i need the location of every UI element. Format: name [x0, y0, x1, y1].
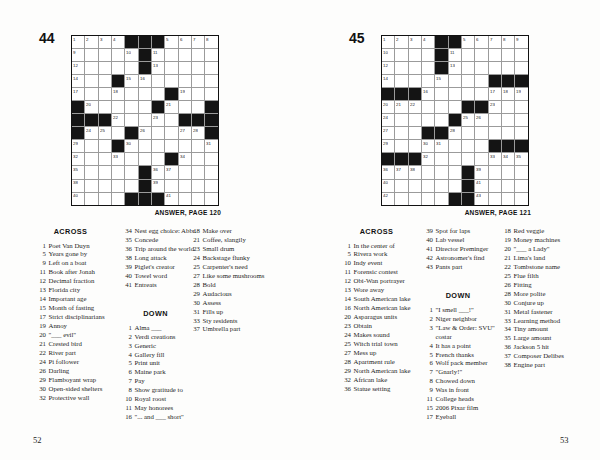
clue-number: 5 [121, 359, 135, 368]
grid-cell[interactable]: 7 [489, 36, 501, 48]
black-cell [125, 127, 137, 139]
grid-cell[interactable]: 15 [125, 75, 137, 87]
clue-text: In the center of [354, 242, 422, 251]
grid-cell[interactable] [435, 180, 447, 192]
grid-cell[interactable]: 29 [72, 140, 84, 152]
grid-cell[interactable]: 16 [139, 75, 151, 87]
grid-cell[interactable]: 36 [382, 166, 394, 178]
black-cell [112, 75, 124, 87]
grid-cell[interactable]: 4 [422, 36, 434, 48]
grid-cell[interactable] [165, 75, 177, 87]
grid-cell[interactable]: 33 [489, 153, 501, 165]
grid-cell[interactable] [449, 101, 461, 113]
grid-cell[interactable] [125, 180, 137, 192]
grid-cell[interactable]: 32 [72, 153, 84, 165]
grid-cell[interactable] [515, 62, 527, 74]
grid-cell[interactable] [449, 153, 461, 165]
grid-cell[interactable] [435, 153, 447, 165]
grid-cell[interactable]: 4 [112, 36, 124, 48]
grid-cell[interactable]: 5 [462, 36, 474, 48]
grid-cell[interactable]: 22 [112, 114, 124, 126]
grid-cell[interactable] [192, 166, 204, 178]
grid-cell[interactable] [192, 101, 204, 113]
grid-cell[interactable] [395, 114, 407, 126]
grid-cell[interactable]: 27 [382, 127, 394, 139]
grid-cell[interactable] [112, 166, 124, 178]
grid-cell[interactable] [139, 114, 151, 126]
grid-cell[interactable] [192, 140, 204, 152]
grid-cell[interactable] [462, 127, 474, 139]
grid-cell[interactable] [165, 140, 177, 152]
cell-number: 26 [476, 115, 481, 119]
grid-cell[interactable] [99, 140, 111, 152]
grid-cell[interactable]: 9 [515, 36, 527, 48]
grid-cell[interactable] [99, 101, 111, 113]
grid-cell[interactable]: 37 [395, 166, 407, 178]
grid-cell[interactable] [165, 49, 177, 61]
grid-cell[interactable] [435, 166, 447, 178]
grid-cell[interactable] [502, 193, 514, 205]
grid-cell[interactable]: 19 [515, 88, 527, 100]
grid-cell[interactable] [489, 127, 501, 139]
cell-number: 10 [383, 50, 388, 54]
grid-cell[interactable]: 17 [489, 88, 501, 100]
grid-cell[interactable] [395, 75, 407, 87]
grid-cell[interactable]: 7 [192, 36, 204, 48]
cell-number: 6 [180, 37, 182, 41]
clue-number: 15 [35, 304, 49, 313]
grid-cell[interactable] [515, 180, 527, 192]
grid-cell[interactable]: 2 [85, 36, 97, 48]
grid-cell[interactable]: 43 [475, 193, 487, 205]
grid-cell[interactable] [422, 75, 434, 87]
cell-number: 8 [503, 37, 505, 41]
grid-cell[interactable]: 20 [85, 101, 97, 113]
clue-text: "I smell ___!" [436, 306, 503, 315]
grid-cell[interactable]: 13 [152, 62, 164, 74]
grid-cell[interactable] [139, 153, 151, 165]
grid-cell[interactable] [395, 180, 407, 192]
grid-cell[interactable] [462, 88, 474, 100]
grid-cell[interactable] [502, 166, 514, 178]
grid-cell[interactable] [179, 101, 191, 113]
grid-cell[interactable]: 2 [395, 36, 407, 48]
clue: 36Statue setting [340, 385, 421, 394]
clue-text: Large amount [514, 334, 594, 343]
grid-cell[interactable]: 21 [395, 101, 407, 113]
grid-cell[interactable] [422, 166, 434, 178]
grid-cell[interactable] [515, 127, 527, 139]
grid-cell[interactable] [422, 49, 434, 61]
clue-number: 16 [121, 413, 135, 422]
grid-cell[interactable] [462, 62, 474, 74]
grid-cell[interactable] [475, 88, 487, 100]
clue: 11Forensic contest [340, 268, 421, 277]
grid-cell[interactable] [125, 153, 137, 165]
clue-text: Make over [203, 227, 286, 236]
grid-cell[interactable] [139, 101, 151, 113]
grid-cell[interactable] [462, 49, 474, 61]
grid-cell[interactable] [152, 88, 164, 100]
black-cell [435, 127, 447, 139]
grid-cell[interactable] [449, 88, 461, 100]
grid-cell[interactable]: 40 [382, 180, 394, 192]
black-cell [205, 101, 217, 113]
grid-cell[interactable] [192, 88, 204, 100]
clue: 38Engine part [500, 361, 593, 370]
grid-cell[interactable] [435, 114, 447, 126]
grid-cell[interactable]: 36 [152, 166, 164, 178]
cell-number: 34 [180, 154, 185, 158]
grid-cell[interactable]: 22 [409, 101, 421, 113]
clue-number: 35 [121, 236, 135, 245]
grid-cell[interactable] [85, 75, 97, 87]
grid-cell[interactable]: 18 [502, 88, 514, 100]
grid-cell[interactable]: 30 [422, 140, 434, 152]
cell-number: 4 [113, 37, 115, 41]
grid-cell[interactable] [489, 166, 501, 178]
cell-number: 31 [206, 141, 211, 145]
grid-cell[interactable]: 9 [72, 49, 84, 61]
grid-cell[interactable]: 20 [382, 101, 394, 113]
grid-cell[interactable]: 6 [475, 36, 487, 48]
grid-cell[interactable] [179, 49, 191, 61]
grid-cell[interactable]: 11 [152, 49, 164, 61]
grid-cell[interactable] [112, 49, 124, 61]
grid-cell[interactable] [165, 127, 177, 139]
grid-cell[interactable] [85, 166, 97, 178]
clue: 8Show gratitude to [121, 386, 198, 395]
grid-cell[interactable] [395, 62, 407, 74]
grid-cell[interactable] [395, 127, 407, 139]
grid-cell[interactable] [192, 75, 204, 87]
grid-cell[interactable] [515, 166, 527, 178]
clue-text: Generic [135, 342, 199, 351]
grid-cell[interactable]: 5 [165, 36, 177, 48]
grid-cell[interactable] [192, 153, 204, 165]
clue-text: Jackson 5 hit [514, 343, 594, 352]
grid-cell[interactable] [515, 114, 527, 126]
grid-cell[interactable]: 19 [179, 88, 191, 100]
grid-cell[interactable] [475, 153, 487, 165]
grid-cell[interactable] [205, 62, 217, 74]
grid-cell[interactable]: 23 [489, 101, 501, 113]
grid-cell[interactable]: 26 [475, 114, 487, 126]
grid-cell[interactable]: 14 [382, 75, 394, 87]
grid-cell[interactable]: 35 [72, 166, 84, 178]
grid-cell[interactable]: 3 [99, 36, 111, 48]
grid-cell[interactable] [99, 49, 111, 61]
clue-column: ACROSS1In the center of5Rivera work10Ind… [340, 227, 421, 394]
grid-cell[interactable] [502, 127, 514, 139]
cell-number: 12 [383, 63, 388, 67]
grid-cell[interactable]: 8 [205, 36, 217, 48]
grid-cell[interactable] [85, 88, 97, 100]
grid-cell[interactable]: 28 [449, 127, 461, 139]
grid-cell[interactable] [99, 153, 111, 165]
grid-cell[interactable] [502, 49, 514, 61]
clue-text: Month of fasting [49, 304, 115, 313]
grid-cell[interactable] [515, 49, 527, 61]
grid-cell[interactable]: 13 [449, 62, 461, 74]
grid-cell[interactable] [435, 88, 447, 100]
clue-number: 28 [500, 290, 514, 299]
grid-cell[interactable] [179, 180, 191, 192]
grid-cell[interactable] [475, 62, 487, 74]
grid-cell[interactable] [112, 101, 124, 113]
cell-number: 2 [396, 37, 398, 41]
grid-cell[interactable] [502, 101, 514, 113]
grid-cell[interactable] [205, 88, 217, 100]
grid-cell[interactable] [125, 166, 137, 178]
grid-cell[interactable]: 30 [125, 140, 137, 152]
cell-number: 25 [463, 115, 468, 119]
grid-cell[interactable] [179, 62, 191, 74]
grid-cell[interactable] [85, 140, 97, 152]
clue-text: Maine park [135, 368, 199, 377]
grid-cell[interactable] [409, 140, 421, 152]
grid-cell[interactable] [99, 193, 111, 205]
grid-cell[interactable] [462, 75, 474, 87]
grid-cell[interactable]: 38 [72, 180, 84, 192]
grid-cell[interactable] [489, 49, 501, 61]
grid-cell[interactable] [515, 193, 527, 205]
black-cell [192, 114, 204, 126]
grid-cell[interactable]: 12 [382, 62, 394, 74]
grid-cell[interactable] [152, 75, 164, 87]
grid-cell[interactable]: 1 [382, 36, 394, 48]
clue-number: 11 [422, 395, 436, 404]
grid-cell[interactable] [125, 88, 137, 100]
clue-text: Strict disciplinarians [49, 313, 115, 322]
grid-cell[interactable]: 32 [422, 153, 434, 165]
grid-cell[interactable]: 31 [205, 140, 217, 152]
grid-cell[interactable] [192, 180, 204, 192]
grid-cell[interactable] [502, 180, 514, 192]
grid-cell[interactable] [475, 49, 487, 61]
grid-cell[interactable]: 34 [502, 153, 514, 165]
grid-cell[interactable] [409, 62, 421, 74]
grid-cell[interactable] [85, 62, 97, 74]
grid-cell[interactable] [152, 153, 164, 165]
grid-cell[interactable]: 40 [72, 193, 84, 205]
cell-number: 13 [153, 63, 158, 67]
grid-cell[interactable]: 25 [462, 114, 474, 126]
grid-cell[interactable] [139, 88, 151, 100]
cell-number: 9 [516, 37, 518, 41]
clue-number: 6 [422, 359, 436, 368]
cell-number: 28 [450, 128, 455, 132]
clue-text: Bold [203, 281, 286, 290]
grid-cell[interactable] [205, 193, 217, 205]
grid-cell[interactable] [435, 193, 447, 205]
grid-cell[interactable]: 14 [72, 75, 84, 87]
grid-cell[interactable] [112, 193, 124, 205]
grid-cell[interactable]: 11 [449, 49, 461, 61]
clue: 33Learning method [500, 317, 593, 326]
grid-cell[interactable] [489, 62, 501, 74]
grid-cell[interactable] [99, 180, 111, 192]
grid-cell[interactable] [409, 114, 421, 126]
grid-cell[interactable] [475, 75, 487, 87]
grid-cell[interactable]: 15 [435, 75, 447, 87]
grid-cell[interactable]: 26 [139, 127, 151, 139]
grid-cell[interactable] [422, 193, 434, 205]
grid-cell[interactable] [422, 114, 434, 126]
grid-cell[interactable] [165, 180, 177, 192]
clue-text: It has a point [436, 342, 503, 351]
grid-cell[interactable] [395, 140, 407, 152]
grid-cell[interactable] [112, 62, 124, 74]
grid-cell[interactable] [99, 75, 111, 87]
grid-cell[interactable] [152, 140, 164, 152]
grid-cell[interactable]: 38 [409, 166, 421, 178]
black-cell [205, 114, 217, 126]
grid-cell[interactable] [409, 75, 421, 87]
grid-cell[interactable]: 39 [475, 166, 487, 178]
grid-cell[interactable]: 10 [382, 49, 394, 61]
grid-cell[interactable] [395, 49, 407, 61]
grid-cell[interactable] [125, 62, 137, 74]
grid-cell[interactable]: 28 [192, 127, 204, 139]
grid-cell[interactable] [475, 127, 487, 139]
grid-cell[interactable] [99, 62, 111, 74]
grid-cell[interactable] [409, 193, 421, 205]
grid-cell[interactable] [205, 153, 217, 165]
clue: 26Fitting [500, 281, 593, 290]
black-cell [382, 88, 394, 100]
grid-cell[interactable] [99, 88, 111, 100]
grid-cell[interactable]: 25 [99, 127, 111, 139]
grid-cell[interactable]: 6 [179, 36, 191, 48]
grid-cell[interactable]: 17 [72, 88, 84, 100]
grid-cell[interactable]: 21 [165, 101, 177, 113]
grid-cell[interactable] [205, 75, 217, 87]
grid-cell[interactable] [489, 193, 501, 205]
grid-cell[interactable] [139, 140, 151, 152]
grid-cell[interactable] [165, 62, 177, 74]
grid-cell[interactable]: 31 [435, 140, 447, 152]
grid-cell[interactable] [502, 62, 514, 74]
cell-number: 39 [476, 167, 481, 171]
grid-cell[interactable] [192, 193, 204, 205]
grid-cell[interactable]: 1 [72, 36, 84, 48]
grid-cell[interactable]: 29 [382, 140, 394, 152]
grid-cell[interactable] [112, 127, 124, 139]
grid-cell[interactable]: 24 [85, 127, 97, 139]
grid-cell[interactable]: 35 [515, 153, 527, 165]
grid-cell[interactable] [179, 75, 191, 87]
grid-cell[interactable] [475, 140, 487, 152]
grid-cell[interactable] [409, 127, 421, 139]
clue-number: 3 [422, 324, 436, 342]
cell-number: 3 [100, 37, 102, 41]
grid-cell[interactable] [112, 180, 124, 192]
grid-cell[interactable]: 3 [409, 36, 421, 48]
cell-number: 29 [73, 141, 78, 145]
grid-cell[interactable] [179, 166, 191, 178]
clue: 23Obtain [340, 322, 421, 331]
clue-number: 25 [189, 263, 203, 272]
grid-cell[interactable]: 16 [422, 88, 434, 100]
grid-cell[interactable] [435, 101, 447, 113]
grid-cell[interactable] [152, 127, 164, 139]
grid-cell[interactable]: 27 [179, 127, 191, 139]
grid-cell[interactable] [449, 180, 461, 192]
grid-cell[interactable] [99, 166, 111, 178]
grid-cell[interactable]: 10 [125, 49, 137, 61]
grid-cell[interactable] [422, 180, 434, 192]
grid-cell[interactable] [422, 101, 434, 113]
cell-number: 14 [73, 76, 78, 80]
grid-cell[interactable]: 33 [112, 153, 124, 165]
grid-cell[interactable] [462, 140, 474, 152]
grid-cell[interactable] [192, 49, 204, 61]
grid-cell[interactable] [179, 140, 191, 152]
grid-cell[interactable]: 41 [475, 180, 487, 192]
grid-cell[interactable] [449, 166, 461, 178]
grid-cell[interactable] [422, 62, 434, 74]
clue: 8Chowed down [422, 377, 502, 386]
grid-cell[interactable]: 39 [152, 180, 164, 192]
grid-cell[interactable] [502, 114, 514, 126]
grid-cell[interactable]: 12 [72, 62, 84, 74]
clue-text: Pants part [436, 263, 503, 272]
grid-cell[interactable] [205, 180, 217, 192]
grid-cell[interactable] [165, 114, 177, 126]
grid-cell[interactable] [449, 75, 461, 87]
grid-cell[interactable] [192, 62, 204, 74]
grid-cell[interactable] [85, 193, 97, 205]
grid-cell[interactable] [409, 49, 421, 61]
grid-cell[interactable] [489, 114, 501, 126]
grid-cell[interactable] [449, 140, 461, 152]
grid-cell[interactable] [85, 180, 97, 192]
clue-number: 40 [121, 272, 135, 281]
grid-cell[interactable]: 41 [165, 193, 177, 205]
clue-text: Composer Delibes [514, 352, 594, 361]
grid-cell[interactable] [395, 193, 407, 205]
grid-cell[interactable] [179, 193, 191, 205]
grid-cell[interactable]: 23 [152, 114, 164, 126]
clue-number: 21 [35, 340, 49, 349]
grid-cell[interactable] [125, 101, 137, 113]
grid-cell[interactable]: 24 [382, 114, 394, 126]
clue-number: 2 [121, 333, 135, 342]
grid-cell[interactable]: 18 [112, 88, 124, 100]
grid-cell[interactable] [205, 49, 217, 61]
clue-number: 10 [340, 259, 354, 268]
grid-cell[interactable]: 34 [179, 153, 191, 165]
clue: 10Indy event [340, 259, 421, 268]
grid-cell[interactable] [125, 114, 137, 126]
clue-text: Learning method [514, 317, 594, 326]
cell-number: 13 [450, 63, 455, 67]
grid-cell[interactable] [85, 49, 97, 61]
clue-number: 10 [121, 395, 135, 404]
grid-cell[interactable] [205, 166, 217, 178]
grid-cell[interactable] [409, 180, 421, 192]
grid-cell[interactable] [462, 153, 474, 165]
grid-cell[interactable]: 42 [382, 193, 394, 205]
grid-cell[interactable]: 37 [165, 166, 177, 178]
clue: 22Tombstone name [500, 263, 593, 272]
clue-text: Sty residents [203, 317, 286, 326]
grid-cell[interactable] [85, 153, 97, 165]
grid-cell[interactable] [515, 101, 527, 113]
grid-cell[interactable] [489, 180, 501, 192]
grid-cell[interactable]: 8 [502, 36, 514, 48]
